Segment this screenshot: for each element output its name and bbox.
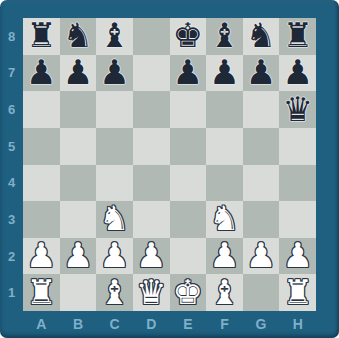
square-b2[interactable]: ♟: [60, 238, 97, 275]
piece-black-bishop[interactable]: ♝: [99, 18, 129, 52]
piece-black-pawn[interactable]: ♟: [99, 55, 129, 89]
square-a7[interactable]: ♟: [23, 55, 60, 92]
square-e6[interactable]: [170, 91, 207, 128]
rank-label-6: 6: [0, 91, 23, 128]
file-label-d: D: [133, 311, 170, 337]
piece-white-pawn[interactable]: ♟: [99, 238, 129, 272]
square-c6[interactable]: [96, 91, 133, 128]
square-a1[interactable]: ♜: [23, 274, 60, 311]
file-labels: ABCDEFGH: [23, 311, 316, 337]
square-g8[interactable]: ♞: [243, 18, 280, 55]
square-c7[interactable]: ♟: [96, 55, 133, 92]
chess-board[interactable]: ♜♞♝♚♝♞♜♟♟♟♟♟♟♟♛♞♞♟♟♟♟♟♟♟♜♝♛♚♝♜: [23, 18, 316, 311]
square-b4[interactable]: [60, 165, 97, 202]
square-a8[interactable]: ♜: [23, 18, 60, 55]
square-a6[interactable]: [23, 91, 60, 128]
square-c8[interactable]: ♝: [96, 18, 133, 55]
square-d2[interactable]: ♟: [133, 238, 170, 275]
square-b6[interactable]: [60, 91, 97, 128]
square-f7[interactable]: ♟: [206, 55, 243, 92]
rank-labels: 87654321: [0, 18, 23, 311]
piece-white-pawn[interactable]: ♟: [209, 238, 239, 272]
square-d8[interactable]: [133, 18, 170, 55]
chess-board-frame: 87654321 ♜♞♝♚♝♞♜♟♟♟♟♟♟♟♛♞♞♟♟♟♟♟♟♟♜♝♛♚♝♜ …: [0, 0, 339, 338]
rank-label-7: 7: [0, 55, 23, 92]
square-h1[interactable]: ♜: [279, 274, 316, 311]
piece-black-knight[interactable]: ♞: [63, 18, 93, 52]
square-b3[interactable]: [60, 201, 97, 238]
square-d5[interactable]: [133, 128, 170, 165]
square-g7[interactable]: ♟: [243, 55, 280, 92]
square-f4[interactable]: [206, 165, 243, 202]
piece-white-bishop[interactable]: ♝: [99, 275, 129, 309]
square-h7[interactable]: ♟: [279, 55, 316, 92]
rank-label-3: 3: [0, 201, 23, 238]
square-h5[interactable]: [279, 128, 316, 165]
square-h2[interactable]: ♟: [279, 238, 316, 275]
square-c2[interactable]: ♟: [96, 238, 133, 275]
piece-black-pawn[interactable]: ♟: [246, 55, 276, 89]
piece-white-rook[interactable]: ♜: [282, 275, 312, 309]
piece-black-rook[interactable]: ♜: [282, 18, 312, 52]
file-label-g: G: [243, 311, 280, 337]
square-d1[interactable]: ♛: [133, 274, 170, 311]
square-g4[interactable]: [243, 165, 280, 202]
piece-white-pawn[interactable]: ♟: [26, 238, 56, 272]
square-h3[interactable]: [279, 201, 316, 238]
piece-white-knight[interactable]: ♞: [99, 201, 129, 235]
square-g5[interactable]: [243, 128, 280, 165]
piece-white-knight[interactable]: ♞: [209, 201, 239, 235]
square-g3[interactable]: [243, 201, 280, 238]
file-label-b: B: [60, 311, 97, 337]
square-b1[interactable]: [60, 274, 97, 311]
square-c1[interactable]: ♝: [96, 274, 133, 311]
square-h8[interactable]: ♜: [279, 18, 316, 55]
piece-black-pawn[interactable]: ♟: [282, 55, 312, 89]
piece-black-pawn[interactable]: ♟: [26, 55, 56, 89]
piece-white-pawn[interactable]: ♟: [63, 238, 93, 272]
piece-black-bishop[interactable]: ♝: [209, 18, 239, 52]
square-e1[interactable]: ♚: [170, 274, 207, 311]
square-d7[interactable]: [133, 55, 170, 92]
square-c3[interactable]: ♞: [96, 201, 133, 238]
rank-label-2: 2: [0, 238, 23, 275]
piece-white-queen[interactable]: ♛: [136, 275, 166, 309]
square-a5[interactable]: [23, 128, 60, 165]
square-e2[interactable]: [170, 238, 207, 275]
piece-white-rook[interactable]: ♜: [26, 275, 56, 309]
file-label-e: E: [170, 311, 207, 337]
square-f8[interactable]: ♝: [206, 18, 243, 55]
square-f2[interactable]: ♟: [206, 238, 243, 275]
piece-white-pawn[interactable]: ♟: [246, 238, 276, 272]
piece-white-pawn[interactable]: ♟: [282, 238, 312, 272]
piece-white-bishop[interactable]: ♝: [209, 275, 239, 309]
square-c5[interactable]: [96, 128, 133, 165]
file-label-f: F: [206, 311, 243, 337]
square-a2[interactable]: ♟: [23, 238, 60, 275]
square-b7[interactable]: ♟: [60, 55, 97, 92]
piece-black-rook[interactable]: ♜: [26, 18, 56, 52]
square-h6[interactable]: ♛: [279, 91, 316, 128]
square-h4[interactable]: [279, 165, 316, 202]
rank-label-5: 5: [0, 128, 23, 165]
square-g2[interactable]: ♟: [243, 238, 280, 275]
square-b8[interactable]: ♞: [60, 18, 97, 55]
rank-label-4: 4: [0, 165, 23, 202]
piece-black-pawn[interactable]: ♟: [63, 55, 93, 89]
square-e5[interactable]: [170, 128, 207, 165]
file-label-c: C: [96, 311, 133, 337]
square-g6[interactable]: [243, 91, 280, 128]
square-f1[interactable]: ♝: [206, 274, 243, 311]
square-f5[interactable]: [206, 128, 243, 165]
piece-black-pawn[interactable]: ♟: [209, 55, 239, 89]
square-e8[interactable]: ♚: [170, 18, 207, 55]
piece-black-knight[interactable]: ♞: [246, 18, 276, 52]
square-a4[interactable]: [23, 165, 60, 202]
rank-label-8: 8: [0, 18, 23, 55]
square-e7[interactable]: ♟: [170, 55, 207, 92]
piece-white-king[interactable]: ♚: [173, 275, 203, 309]
square-e4[interactable]: [170, 165, 207, 202]
square-a3[interactable]: [23, 201, 60, 238]
rank-label-1: 1: [0, 274, 23, 311]
piece-white-pawn[interactable]: ♟: [136, 238, 166, 272]
square-d6[interactable]: [133, 91, 170, 128]
square-f3[interactable]: ♞: [206, 201, 243, 238]
piece-black-king[interactable]: ♚: [173, 18, 203, 52]
square-g1[interactable]: [243, 274, 280, 311]
square-f6[interactable]: [206, 91, 243, 128]
square-c4[interactable]: [96, 165, 133, 202]
file-label-h: H: [279, 311, 316, 337]
square-d3[interactable]: [133, 201, 170, 238]
file-label-a: A: [23, 311, 60, 337]
square-b5[interactable]: [60, 128, 97, 165]
square-d4[interactable]: [133, 165, 170, 202]
piece-black-queen[interactable]: ♛: [282, 92, 312, 126]
square-e3[interactable]: [170, 201, 207, 238]
piece-black-pawn[interactable]: ♟: [173, 55, 203, 89]
